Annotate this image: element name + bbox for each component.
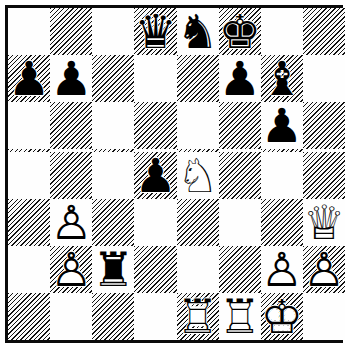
square-f7[interactable]: ♟ <box>219 55 261 102</box>
square-g1[interactable]: ♔ <box>261 293 303 340</box>
piece-black-pawn-d4: ♟ <box>134 152 176 199</box>
square-e3[interactable] <box>177 199 219 246</box>
square-e8[interactable]: ♞ <box>177 8 219 55</box>
piece-white-pawn-b2: ♙ <box>50 246 92 293</box>
square-b6[interactable] <box>50 102 92 149</box>
square-a3[interactable] <box>8 199 50 246</box>
square-h4[interactable] <box>303 152 345 199</box>
square-g3[interactable] <box>261 199 303 246</box>
chess-diagram-page: ♛♞♚♟♟♟♝♟♟♘♙♕♙♜♙♙♖♖♔ <box>0 0 350 350</box>
square-d7[interactable] <box>134 55 176 102</box>
square-c7[interactable] <box>92 55 134 102</box>
piece-white-rook-e1: ♖ <box>177 293 219 340</box>
square-a6[interactable] <box>8 102 50 149</box>
square-d1[interactable] <box>134 293 176 340</box>
square-c4[interactable] <box>92 152 134 199</box>
square-d4[interactable]: ♟ <box>134 152 176 199</box>
square-h7[interactable] <box>303 55 345 102</box>
square-b4[interactable] <box>50 152 92 199</box>
square-a8[interactable] <box>8 8 50 55</box>
square-a2[interactable] <box>8 246 50 293</box>
square-c8[interactable] <box>92 8 134 55</box>
piece-white-king-g1: ♔ <box>261 293 303 340</box>
piece-white-pawn-g2: ♙ <box>261 246 303 293</box>
square-h1[interactable] <box>303 293 345 340</box>
piece-white-knight-e4: ♘ <box>177 152 219 199</box>
square-f8[interactable]: ♚ <box>219 8 261 55</box>
square-d8[interactable]: ♛ <box>134 8 176 55</box>
piece-white-rook-f1: ♖ <box>219 293 261 340</box>
square-c1[interactable] <box>92 293 134 340</box>
piece-black-pawn-a7: ♟ <box>8 55 50 102</box>
square-h2[interactable]: ♙ <box>303 246 345 293</box>
piece-black-queen-d8: ♛ <box>134 8 176 55</box>
square-g6[interactable]: ♟ <box>261 102 303 149</box>
square-c2[interactable]: ♜ <box>92 246 134 293</box>
piece-white-pawn-b3: ♙ <box>50 199 92 246</box>
square-e4[interactable]: ♘ <box>177 152 219 199</box>
piece-black-knight-e8: ♞ <box>177 8 219 55</box>
square-b2[interactable]: ♙ <box>50 246 92 293</box>
square-f6[interactable] <box>219 102 261 149</box>
piece-black-pawn-g6: ♟ <box>261 102 303 149</box>
square-g8[interactable] <box>261 8 303 55</box>
square-e6[interactable] <box>177 102 219 149</box>
square-e1[interactable]: ♖ <box>177 293 219 340</box>
square-a7[interactable]: ♟ <box>8 55 50 102</box>
square-g4[interactable] <box>261 152 303 199</box>
square-b3[interactable]: ♙ <box>50 199 92 246</box>
piece-white-queen-h3: ♕ <box>303 199 345 246</box>
piece-black-king-f8: ♚ <box>219 8 261 55</box>
square-d6[interactable] <box>134 102 176 149</box>
piece-black-rook-c2: ♜ <box>92 246 134 293</box>
square-b8[interactable] <box>50 8 92 55</box>
piece-black-pawn-f7: ♟ <box>219 55 261 102</box>
square-d2[interactable] <box>134 246 176 293</box>
piece-black-bishop-g7: ♝ <box>261 55 303 102</box>
square-f2[interactable] <box>219 246 261 293</box>
square-h8[interactable] <box>303 8 345 55</box>
square-f4[interactable] <box>219 152 261 199</box>
square-h3[interactable]: ♕ <box>303 199 345 246</box>
square-f1[interactable]: ♖ <box>219 293 261 340</box>
square-a4[interactable] <box>8 152 50 199</box>
square-c3[interactable] <box>92 199 134 246</box>
square-b1[interactable] <box>50 293 92 340</box>
square-e2[interactable] <box>177 246 219 293</box>
square-e7[interactable] <box>177 55 219 102</box>
square-f3[interactable] <box>219 199 261 246</box>
chessboard: ♛♞♚♟♟♟♝♟♟♘♙♕♙♜♙♙♖♖♔ <box>5 5 343 343</box>
square-c6[interactable] <box>92 102 134 149</box>
square-b7[interactable]: ♟ <box>50 55 92 102</box>
square-a1[interactable] <box>8 293 50 340</box>
square-g7[interactable]: ♝ <box>261 55 303 102</box>
piece-white-pawn-h2: ♙ <box>303 246 345 293</box>
square-d3[interactable] <box>134 199 176 246</box>
piece-black-pawn-b7: ♟ <box>50 55 92 102</box>
square-h6[interactable] <box>303 102 345 149</box>
square-g2[interactable]: ♙ <box>261 246 303 293</box>
